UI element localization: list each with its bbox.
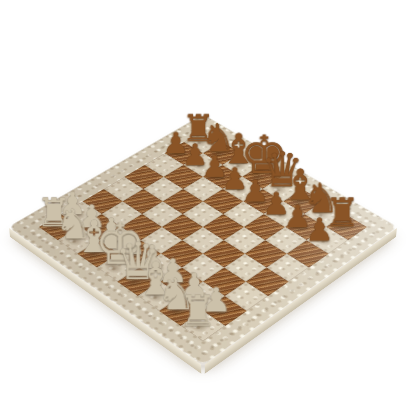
board-slab: ♜♞♝♚♛♝♞♜♟♟♟♟♟♟♟♟♟♟♟♟♟♟♟♟♜♞♝♚♛♝♞♜ <box>8 114 398 366</box>
square-e4[interactable] <box>182 227 223 254</box>
piece-light-rook[interactable]: ♜ <box>178 290 210 332</box>
piece-dark-pawn[interactable]: ♟ <box>305 214 334 245</box>
product-photo: ♜♞♝♚♛♝♞♜♟♟♟♟♟♟♟♟♟♟♟♟♟♟♟♟♜♞♝♚♛♝♞♜ <box>0 0 416 416</box>
chess-board: ♜♞♝♚♛♝♞♜♟♟♟♟♟♟♟♟♟♟♟♟♟♟♟♟♜♞♝♚♛♝♞♜ <box>8 114 398 366</box>
board-grid[interactable]: ♜♞♝♚♛♝♞♜♟♟♟♟♟♟♟♟♟♟♟♟♟♟♟♟♜♞♝♚♛♝♞♜ <box>39 131 367 342</box>
